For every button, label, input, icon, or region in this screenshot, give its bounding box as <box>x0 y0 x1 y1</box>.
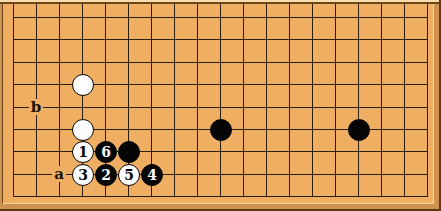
stone-black-G2-move-4: 4 <box>141 164 163 186</box>
stone-black-K4 <box>210 119 232 141</box>
label-a-C2: a <box>52 166 66 182</box>
grid-vline-16 <box>381 4 382 197</box>
grid-vline-14 <box>335 4 336 197</box>
grid-hline-8 <box>13 196 428 197</box>
go-diagram: 163254ab <box>0 0 441 211</box>
stone-white-F2-move-5: 5 <box>118 164 140 186</box>
stone-black-E3-move-6: 6 <box>95 141 117 163</box>
stone-white-D2-move-3: 3 <box>72 164 94 186</box>
grid-vline-17 <box>404 4 405 197</box>
grid-hline-2 <box>13 62 428 63</box>
grid-vline-12 <box>289 4 290 197</box>
grid-vline-15 <box>358 4 359 197</box>
grid-vline-13 <box>312 4 313 197</box>
grid-vline-18 <box>427 4 428 197</box>
stone-white-D6 <box>72 74 94 96</box>
stone-white-D4 <box>72 119 94 141</box>
grid-vline-7 <box>174 4 175 197</box>
stone-black-Q4 <box>348 119 370 141</box>
grid-hline-1 <box>13 39 428 40</box>
grid-hline-0 <box>13 17 428 18</box>
go-board: 163254ab <box>2 4 434 204</box>
stone-black-F3 <box>118 141 140 163</box>
stone-black-E2-move-2: 2 <box>95 164 117 186</box>
grid-vline-9 <box>220 4 221 197</box>
grid-vline-10 <box>243 4 244 197</box>
grid-vline-11 <box>266 4 267 197</box>
grid-hline-4 <box>13 107 428 108</box>
label-b-B5: b <box>29 99 43 115</box>
stone-white-D3-move-1: 1 <box>72 141 94 163</box>
grid-vline-8 <box>197 4 198 197</box>
grid-vline-0 <box>13 4 14 197</box>
